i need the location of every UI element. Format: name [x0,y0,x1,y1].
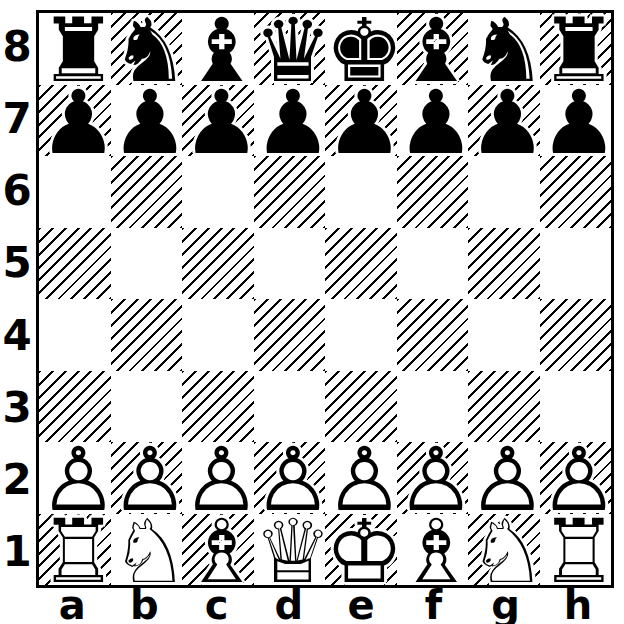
piece-white-pawn: ♟︎♙ [111,442,183,514]
piece-black-bishop: ♝♝ [182,13,254,85]
square-c4[interactable] [182,299,254,371]
file-label-e: e [325,585,397,624]
piece-black-rook: ♜♜ [540,13,612,85]
square-a5[interactable] [39,228,111,300]
piece-fill: ♛ [254,15,333,86]
square-h5[interactable] [540,228,612,300]
rank-label-2: 2 [0,444,34,516]
piece-fill: ♟︎ [182,444,261,515]
piece-white-bishop: ♝♗ [182,514,254,586]
piece-glyph: ♟︎ [111,87,190,158]
piece-black-pawn: ♟︎♟︎ [325,85,397,157]
square-c1[interactable]: ♝♗ [182,514,254,586]
square-g2[interactable]: ♟︎♙ [468,442,540,514]
piece-glyph: ♞ [468,15,547,86]
square-d8[interactable]: ♛♛ [254,13,326,85]
square-e3[interactable] [325,371,397,443]
piece-white-pawn: ♟︎♙ [468,442,540,514]
square-d1[interactable]: ♛♕ [254,514,326,586]
piece-fill: ♞ [111,516,190,587]
square-c5[interactable] [182,228,254,300]
file-label-f: f [397,585,469,624]
piece-fill: ♟︎ [39,87,118,158]
file-label-h: h [542,585,614,624]
square-b4[interactable] [111,299,183,371]
piece-black-pawn: ♟︎♟︎ [397,85,469,157]
square-f3[interactable] [397,371,469,443]
piece-glyph: ♚ [325,15,404,86]
square-d6[interactable] [254,156,326,228]
rank-label-5: 5 [0,227,34,299]
piece-fill: ♟︎ [111,87,190,158]
square-e1[interactable]: ♚♔ [325,514,397,586]
square-h3[interactable] [540,371,612,443]
piece-fill: ♟︎ [39,444,118,515]
square-f5[interactable] [397,228,469,300]
piece-glyph: ♙ [468,444,547,515]
piece-glyph: ♗ [182,516,261,587]
rank-label-4: 4 [0,299,34,371]
rank-labels: 87654321 [0,10,34,588]
piece-glyph: ♙ [254,444,333,515]
piece-black-queen: ♛♛ [254,13,326,85]
piece-black-pawn: ♟︎♟︎ [39,85,111,157]
square-b1[interactable]: ♞♘ [111,514,183,586]
piece-fill: ♟︎ [325,444,404,515]
piece-black-pawn: ♟︎♟︎ [111,85,183,157]
piece-glyph: ♟︎ [254,87,333,158]
square-a2[interactable]: ♟︎♙ [39,442,111,514]
piece-fill: ♟︎ [468,444,547,515]
piece-glyph: ♙ [39,444,118,515]
piece-glyph: ♝ [397,15,476,86]
square-d3[interactable] [254,371,326,443]
square-b2[interactable]: ♟︎♙ [111,442,183,514]
piece-black-king: ♚♚ [325,13,397,85]
square-b7[interactable]: ♟︎♟︎ [111,85,183,157]
piece-fill: ♟︎ [111,444,190,515]
piece-black-pawn: ♟︎♟︎ [254,85,326,157]
piece-fill: ♚ [325,15,404,86]
piece-glyph: ♙ [325,444,404,515]
piece-fill: ♝ [397,15,476,86]
piece-black-pawn: ♟︎♟︎ [468,85,540,157]
piece-fill: ♟︎ [325,87,404,158]
piece-black-pawn: ♟︎♟︎ [182,85,254,157]
piece-black-rook: ♜♜ [39,13,111,85]
square-g7[interactable]: ♟︎♟︎ [468,85,540,157]
piece-fill: ♟︎ [397,444,476,515]
square-c2[interactable]: ♟︎♙ [182,442,254,514]
rank-label-7: 7 [0,82,34,154]
square-h4[interactable] [540,299,612,371]
square-b6[interactable] [111,156,183,228]
square-h7[interactable]: ♟︎♟︎ [540,85,612,157]
piece-white-pawn: ♟︎♙ [254,442,326,514]
piece-white-pawn: ♟︎♙ [182,442,254,514]
square-f6[interactable] [397,156,469,228]
square-c3[interactable] [182,371,254,443]
square-d7[interactable]: ♟︎♟︎ [254,85,326,157]
square-g8[interactable]: ♞♞ [468,13,540,85]
square-a3[interactable] [39,371,111,443]
piece-fill: ♝ [397,516,476,587]
piece-fill: ♟︎ [254,444,333,515]
rank-label-6: 6 [0,155,34,227]
piece-fill: ♟︎ [540,87,619,158]
square-f8[interactable]: ♝♝ [397,13,469,85]
piece-fill: ♟︎ [182,87,261,158]
square-e2[interactable]: ♟︎♙ [325,442,397,514]
file-label-b: b [108,585,180,624]
piece-fill: ♞ [468,516,547,587]
piece-black-knight: ♞♞ [468,13,540,85]
file-label-c: c [181,585,253,624]
piece-glyph: ♙ [397,444,476,515]
piece-glyph: ♙ [540,444,619,515]
piece-glyph: ♙ [111,444,190,515]
square-a4[interactable] [39,299,111,371]
piece-glyph: ♝ [182,15,261,86]
piece-glyph: ♘ [468,516,547,587]
piece-glyph: ♜ [39,15,118,86]
piece-fill: ♝ [182,516,261,587]
piece-fill: ♜ [39,516,118,587]
square-d5[interactable] [254,228,326,300]
piece-glyph: ♟︎ [182,87,261,158]
square-f4[interactable] [397,299,469,371]
square-g1[interactable]: ♞♘ [468,514,540,586]
square-e7[interactable]: ♟︎♟︎ [325,85,397,157]
square-h6[interactable] [540,156,612,228]
square-f7[interactable]: ♟︎♟︎ [397,85,469,157]
chess-diagram: 87654321 ♜♜♞♞♝♝♛♛♚♚♝♝♞♞♜♜♟︎♟︎♟︎♟︎♟︎♟︎♟︎♟… [0,0,624,624]
square-b3[interactable] [111,371,183,443]
piece-black-knight: ♞♞ [111,13,183,85]
square-c7[interactable]: ♟︎♟︎ [182,85,254,157]
piece-glyph: ♞ [111,15,190,86]
square-b5[interactable] [111,228,183,300]
square-d4[interactable] [254,299,326,371]
file-label-a: a [36,585,108,624]
piece-white-pawn: ♟︎♙ [325,442,397,514]
piece-white-pawn: ♟︎♙ [540,442,612,514]
piece-white-king: ♚♔ [325,514,397,586]
piece-fill: ♞ [111,15,190,86]
piece-white-knight: ♞♘ [111,514,183,586]
square-e8[interactable]: ♚♚ [325,13,397,85]
piece-white-pawn: ♟︎♙ [39,442,111,514]
file-label-d: d [253,585,325,624]
square-f1[interactable]: ♝♗ [397,514,469,586]
square-g5[interactable] [468,228,540,300]
piece-glyph: ♔ [325,516,404,587]
piece-white-queen: ♛♕ [254,514,326,586]
piece-white-rook: ♜♖ [540,514,612,586]
square-h2[interactable]: ♟︎♙ [540,442,612,514]
piece-fill: ♞ [468,15,547,86]
rank-label-1: 1 [0,516,34,588]
piece-fill: ♟︎ [254,87,333,158]
square-a6[interactable] [39,156,111,228]
piece-white-rook: ♜♖ [39,514,111,586]
square-h1[interactable]: ♜♖ [540,514,612,586]
piece-glyph: ♘ [111,516,190,587]
piece-glyph: ♕ [254,516,333,587]
rank-label-8: 8 [0,10,34,82]
square-g4[interactable] [468,299,540,371]
piece-fill: ♝ [182,15,261,86]
square-g6[interactable] [468,156,540,228]
piece-fill: ♜ [540,516,619,587]
piece-glyph: ♗ [397,516,476,587]
board: ♜♜♞♞♝♝♛♛♚♚♝♝♞♞♜♜♟︎♟︎♟︎♟︎♟︎♟︎♟︎♟︎♟︎♟︎♟︎♟︎… [36,10,614,588]
piece-fill: ♟︎ [397,87,476,158]
piece-glyph: ♟︎ [468,87,547,158]
piece-glyph: ♛ [254,15,333,86]
square-a1[interactable]: ♜♖ [39,514,111,586]
piece-fill: ♟︎ [468,87,547,158]
piece-glyph: ♜ [540,15,619,86]
piece-white-pawn: ♟︎♙ [397,442,469,514]
square-e4[interactable] [325,299,397,371]
piece-glyph: ♟︎ [540,87,619,158]
square-e5[interactable] [325,228,397,300]
piece-glyph: ♟︎ [39,87,118,158]
square-b8[interactable]: ♞♞ [111,13,183,85]
square-c6[interactable] [182,156,254,228]
piece-black-bishop: ♝♝ [397,13,469,85]
file-label-g: g [470,585,542,624]
square-a8[interactable]: ♜♜ [39,13,111,85]
square-d2[interactable]: ♟︎♙ [254,442,326,514]
piece-fill: ♜ [39,15,118,86]
piece-fill: ♚ [325,516,404,587]
rank-label-3: 3 [0,371,34,443]
piece-glyph: ♙ [182,444,261,515]
piece-fill: ♛ [254,516,333,587]
piece-glyph: ♟︎ [397,87,476,158]
square-a7[interactable]: ♟︎♟︎ [39,85,111,157]
square-h8[interactable]: ♜♜ [540,13,612,85]
piece-glyph: ♖ [540,516,619,587]
square-f2[interactable]: ♟︎♙ [397,442,469,514]
piece-fill: ♟︎ [540,444,619,515]
piece-fill: ♜ [540,15,619,86]
file-labels: abcdefgh [36,585,614,624]
square-c8[interactable]: ♝♝ [182,13,254,85]
square-e6[interactable] [325,156,397,228]
piece-glyph: ♖ [39,516,118,587]
piece-black-pawn: ♟︎♟︎ [540,85,612,157]
piece-glyph: ♟︎ [325,87,404,158]
piece-white-bishop: ♝♗ [397,514,469,586]
piece-white-knight: ♞♘ [468,514,540,586]
square-g3[interactable] [468,371,540,443]
